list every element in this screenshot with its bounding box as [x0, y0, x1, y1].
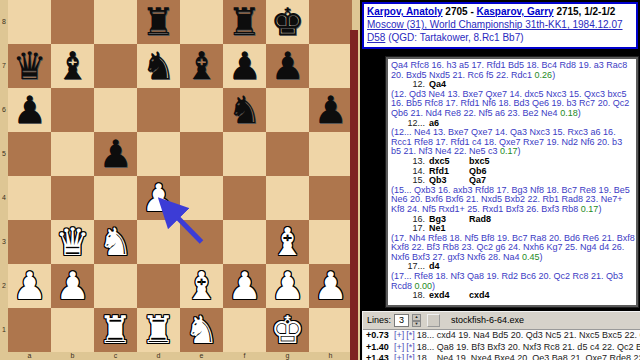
black-pawn-h6[interactable]: ♟ [309, 88, 352, 132]
square-a4[interactable] [8, 176, 51, 220]
black-bishop-e7[interactable]: ♝ [180, 44, 223, 88]
square-d3[interactable] [137, 220, 180, 264]
black-elo: 2715, [556, 6, 581, 17]
black-queen-a7[interactable]: ♛ [8, 44, 51, 88]
square-a3[interactable] [8, 220, 51, 264]
rank-label-4: 4 [0, 194, 8, 202]
square-c2[interactable] [94, 264, 137, 308]
engine-line[interactable]: +0.73[+][*]18... cxd4 19. Na4 Bd5 20. Qd… [363, 330, 640, 342]
variation-line[interactable]: Rcd8 0.00) [391, 282, 633, 292]
engine-name: stockfish-6-64.exe [451, 314, 524, 327]
engine-moves: 18... Ne4 19. Nxe4 Bxe4 20. Qe3 Ba8 21. … [417, 353, 640, 360]
engine-lines: +0.73[+][*]18... cxd4 19. Na4 Bd5 20. Qd… [363, 330, 640, 360]
square-a5[interactable] [8, 132, 51, 176]
star-line-button[interactable]: [*] [406, 330, 415, 340]
square-h3[interactable] [309, 220, 352, 264]
rank-labels: 87654321 [0, 0, 8, 352]
square-g5[interactable] [266, 132, 309, 176]
square-h5[interactable] [309, 132, 352, 176]
square-h4[interactable] [309, 176, 352, 220]
engine-line[interactable]: +1.40[+][*]18... Qa8 19. Bf3 Bxf3 20. Nx… [363, 342, 640, 354]
move-black[interactable]: Qa7 [469, 175, 486, 185]
eval-value[interactable]: 0.26 [535, 70, 553, 80]
square-g4[interactable] [266, 176, 309, 220]
engine-moves: 18... cxd4 19. Na4 Bd5 20. Qd3 Nc5 21. N… [417, 330, 640, 340]
white-king-g1[interactable]: ♚ [266, 308, 309, 352]
file-label-f: f [223, 352, 266, 360]
dash: - [470, 6, 473, 17]
variation-line[interactable]: b5 21. Nf3 Ne4 22. Ne5 c3 0.17) [391, 147, 633, 157]
square-b8[interactable] [51, 0, 94, 44]
white-pawn-h2[interactable]: ♟ [309, 264, 352, 308]
black-king-g8[interactable]: ♚ [266, 0, 309, 44]
square-e8[interactable] [180, 0, 223, 44]
square-g6[interactable] [266, 88, 309, 132]
file-label-b: b [51, 352, 94, 360]
square-e6[interactable] [180, 88, 223, 132]
file-label-e: e [180, 352, 223, 360]
square-h7[interactable] [309, 44, 352, 88]
file-label-d: d [137, 352, 180, 360]
rank-label-3: 3 [0, 238, 8, 246]
square-b6[interactable] [51, 88, 94, 132]
chess-board-area: 87654321 abcdefgh ♜♜♚♛♝♞♝♟♟♟♞♟♟♟♛♞♝♟♟♝♟♟… [0, 0, 360, 360]
variation-line[interactable]: Nxf6 Bxf3 27. gxf3 Nxf6 28. Na4 0.45) [391, 253, 633, 263]
square-e4[interactable] [180, 176, 223, 220]
file-label-a: a [8, 352, 51, 360]
white-bishop-g3[interactable]: ♝ [266, 220, 309, 264]
move-white[interactable]: exd4 [429, 291, 469, 301]
eval-value[interactable]: 0.17 [500, 146, 518, 156]
notation-lines: Qa4 Rfc8 16. h3 a5 17. Rfd1 Bd5 18. Bc4 … [391, 61, 633, 301]
square-c7[interactable] [94, 44, 137, 88]
rank-label-5: 5 [0, 150, 8, 158]
black-pawn-a6[interactable]: ♟ [8, 88, 51, 132]
game-header: Karpov, Anatoly 2705 - Kasparov, Garry 2… [362, 2, 638, 49]
square-d2[interactable] [137, 264, 180, 308]
white-pawn-g2[interactable]: ♟ [266, 264, 309, 308]
move-black[interactable]: Rad8 [469, 214, 491, 224]
eval-value[interactable]: 0.18 [560, 108, 578, 118]
players-line: Karpov, Anatoly 2705 - Kasparov, Garry 2… [367, 5, 633, 18]
eval-value[interactable]: 0.45 [522, 252, 540, 262]
rank-label-2: 2 [0, 282, 8, 290]
square-h1[interactable] [309, 308, 352, 352]
white-bishop-e2[interactable]: ♝ [180, 264, 223, 308]
white-rook-d1[interactable]: ♜ [137, 308, 180, 352]
white-pawn-b2[interactable]: ♟ [51, 264, 94, 308]
move-number[interactable]: 18. [401, 291, 425, 301]
square-f5[interactable] [223, 132, 266, 176]
mainline-move-row[interactable]: 14.Rfd1Qb6 [391, 167, 633, 177]
add-line-button[interactable]: [+] [394, 342, 404, 352]
engine-mini-button[interactable] [427, 314, 440, 327]
engine-line[interactable]: +1.43[+][*]18... Ne4 19. Nxe4 Bxe4 20. Q… [363, 353, 640, 360]
lines-spinner[interactable]: ▲ ▼ [412, 314, 421, 327]
square-d6[interactable] [137, 88, 180, 132]
event-link[interactable]: Moscow (31), World Championship 31th-KK1… [367, 18, 633, 31]
square-c6[interactable] [94, 88, 137, 132]
square-h8[interactable] [309, 0, 352, 44]
opening-name: (QGD: Tartakower, 8.Rc1 Bb7) [388, 32, 523, 43]
eval-value[interactable]: 0.17 [581, 204, 599, 214]
engine-eval[interactable]: +0.73 [366, 330, 394, 342]
rank-label-1: 1 [0, 326, 8, 334]
file-labels: abcdefgh [8, 352, 352, 360]
opening-line: D58 (QGD: Tartakower, 8.Rc1 Bb7) [367, 31, 633, 44]
variation-line[interactable]: Qb6 21. Nd4 Re8 22. Nf5 a6 23. Be2 Ne4 0… [391, 109, 633, 119]
black-pawn-f7[interactable]: ♟ [223, 44, 266, 88]
star-line-button[interactable]: [*] [406, 353, 415, 360]
move-black[interactable]: cxd4 [469, 290, 490, 300]
variation-line[interactable]: Kf8 24. Nf5 Rxd1+ 25. Rxd1 Bxf3 26. Bxf3… [391, 205, 633, 215]
lines-count-input[interactable]: 3 [394, 314, 409, 327]
square-a8[interactable] [8, 0, 51, 44]
file-label-c: c [94, 352, 137, 360]
eco-code-link[interactable]: D58 [367, 32, 385, 43]
mainline-move-row[interactable]: 13.dxc5bxc5 [391, 157, 633, 167]
square-c8[interactable] [94, 0, 137, 44]
add-line-button[interactable]: [+] [394, 330, 404, 340]
rank-label-8: 8 [0, 18, 8, 26]
square-b1[interactable] [51, 308, 94, 352]
square-f4[interactable] [223, 176, 266, 220]
black-pawn-g7[interactable]: ♟ [266, 44, 309, 88]
square-f1[interactable] [223, 308, 266, 352]
engine-header: Lines: 3 ▲ ▼ stockfish-6-64.exe [363, 312, 640, 330]
white-knight-c3[interactable]: ♞ [94, 220, 137, 264]
rank-label-6: 6 [0, 106, 8, 114]
black-bishop-b7[interactable]: ♝ [51, 44, 94, 88]
black-player-link[interactable]: Kasparov, Garry [477, 6, 554, 17]
notation-panel: Qa4 Rfc8 16. h3 a5 17. Rfd1 Bd5 18. Bc4 … [386, 57, 638, 307]
rank-label-7: 7 [0, 62, 8, 70]
engine-eval[interactable]: +1.40 [366, 342, 394, 354]
engine-eval[interactable]: +1.43 [366, 353, 394, 360]
mainline-move-row[interactable]: 18.exd4cxd4 [391, 291, 633, 301]
black-rook-f8[interactable]: ♜ [223, 0, 266, 44]
white-pawn-f2[interactable]: ♟ [223, 264, 266, 308]
white-pawn-a2[interactable]: ♟ [8, 264, 51, 308]
square-b5[interactable] [51, 132, 94, 176]
black-pawn-c5[interactable]: ♟ [94, 132, 137, 176]
move-black[interactable]: Qb6 [469, 166, 487, 176]
mainline-move-row[interactable]: 16.Bg3Rad8 [391, 215, 633, 225]
game-result: 1/2-1/2 [584, 6, 615, 17]
file-label-g: g [266, 352, 309, 360]
white-rook-c1[interactable]: ♜ [94, 308, 137, 352]
square-e3[interactable] [180, 220, 223, 264]
engine-moves: 18... Qa8 19. Bf3 Bxf3 20. Nxf3 Rc8 21. … [417, 342, 640, 352]
square-b4[interactable] [51, 176, 94, 220]
black-rook-d8[interactable]: ♜ [137, 0, 180, 44]
star-line-button[interactable]: [*] [406, 342, 415, 352]
white-knight-e1[interactable]: ♞ [180, 308, 223, 352]
engine-panel: Lines: 3 ▲ ▼ stockfish-6-64.exe +0.73[+]… [362, 311, 640, 360]
window-frame-strip [350, 30, 358, 360]
white-player-link[interactable]: Karpov, Anatoly [367, 6, 443, 17]
eval-value[interactable]: 0.00 [415, 281, 433, 291]
spinner-down-icon[interactable]: ▼ [412, 321, 421, 328]
black-knight-d7[interactable]: ♞ [137, 44, 180, 88]
white-queen-b3[interactable]: ♛ [51, 220, 94, 264]
square-d5[interactable] [137, 132, 180, 176]
file-label-h: h [309, 352, 352, 360]
add-line-button[interactable]: [+] [394, 353, 404, 360]
lines-label: Lines: [367, 314, 391, 327]
white-pawn-d4[interactable]: ♟ [137, 176, 180, 220]
white-elo: 2705 [445, 6, 467, 17]
move-black[interactable]: bxc5 [469, 156, 490, 166]
square-f3[interactable] [223, 220, 266, 264]
variation-line[interactable]: 20. Bxd5 Nxd5 21. Rc6 f5 22. Rdc1 0.26) [391, 71, 633, 81]
square-e5[interactable] [180, 132, 223, 176]
square-a1[interactable] [8, 308, 51, 352]
square-c4[interactable] [94, 176, 137, 220]
black-knight-f6[interactable]: ♞ [223, 88, 266, 132]
